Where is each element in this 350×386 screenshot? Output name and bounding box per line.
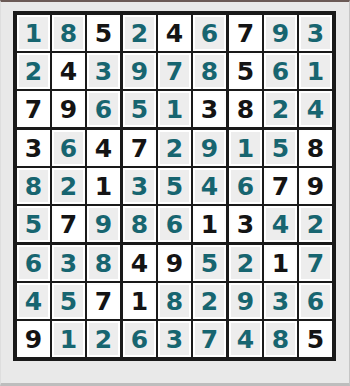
cell-r4c4[interactable]: 7 <box>123 130 156 166</box>
cell-r5c1[interactable]: 8 <box>17 168 50 204</box>
cell-r4c8[interactable]: 5 <box>264 130 297 166</box>
cell-r7c4[interactable]: 4 <box>123 245 156 281</box>
cell-r7c5[interactable]: 9 <box>158 245 191 281</box>
cell-r4c9[interactable]: 8 <box>299 130 332 166</box>
cell-r9c4[interactable]: 6 <box>123 321 156 357</box>
cell-r9c5[interactable]: 3 <box>158 321 191 357</box>
cell-r6c2[interactable]: 7 <box>52 206 85 242</box>
cell-r4c7[interactable]: 1 <box>229 130 262 166</box>
cell-r5c9[interactable]: 9 <box>299 168 332 204</box>
cell-r7c8[interactable]: 1 <box>264 245 297 281</box>
cell-r2c9[interactable]: 1 <box>299 53 332 89</box>
cell-r9c7[interactable]: 4 <box>229 321 262 357</box>
cell-r8c7[interactable]: 9 <box>229 283 262 319</box>
cell-r7c2[interactable]: 3 <box>52 245 85 281</box>
cell-r8c6[interactable]: 2 <box>193 283 226 319</box>
cell-r8c4[interactable]: 1 <box>123 283 156 319</box>
cell-r8c3[interactable]: 7 <box>87 283 120 319</box>
cell-r6c8[interactable]: 4 <box>264 206 297 242</box>
cell-r8c1[interactable]: 4 <box>17 283 50 319</box>
cell-r3c6[interactable]: 3 <box>193 91 226 127</box>
box-9: 217936485 <box>229 245 332 357</box>
cell-r6c7[interactable]: 3 <box>229 206 262 242</box>
cell-r4c6[interactable]: 9 <box>193 130 226 166</box>
cell-r7c7[interactable]: 2 <box>229 245 262 281</box>
cell-r9c6[interactable]: 7 <box>193 321 226 357</box>
cell-r7c6[interactable]: 5 <box>193 245 226 281</box>
cell-r3c4[interactable]: 5 <box>123 91 156 127</box>
box-8: 495182637 <box>123 245 226 357</box>
cell-r5c6[interactable]: 4 <box>193 168 226 204</box>
cell-r5c7[interactable]: 6 <box>229 168 262 204</box>
box-1: 185243796 <box>17 15 120 127</box>
cell-r8c5[interactable]: 8 <box>158 283 191 319</box>
cell-r2c1[interactable]: 2 <box>17 53 50 89</box>
cell-r5c3[interactable]: 1 <box>87 168 120 204</box>
box-3: 793561824 <box>229 15 332 127</box>
cell-r8c8[interactable]: 3 <box>264 283 297 319</box>
cell-r6c5[interactable]: 6 <box>158 206 191 242</box>
cell-r3c2[interactable]: 9 <box>52 91 85 127</box>
box-5: 729354861 <box>123 130 226 242</box>
cell-r1c3[interactable]: 5 <box>87 15 120 51</box>
cell-r9c1[interactable]: 9 <box>17 321 50 357</box>
cell-r4c2[interactable]: 6 <box>52 130 85 166</box>
box-4: 364821579 <box>17 130 120 242</box>
cell-r5c2[interactable]: 2 <box>52 168 85 204</box>
cell-r6c9[interactable]: 2 <box>299 206 332 242</box>
cell-r1c2[interactable]: 8 <box>52 15 85 51</box>
cell-r9c9[interactable]: 5 <box>299 321 332 357</box>
cell-r9c8[interactable]: 8 <box>264 321 297 357</box>
box-6: 158679342 <box>229 130 332 242</box>
box-7: 638457912 <box>17 245 120 357</box>
cell-r2c8[interactable]: 6 <box>264 53 297 89</box>
cell-r6c1[interactable]: 5 <box>17 206 50 242</box>
cell-r1c5[interactable]: 4 <box>158 15 191 51</box>
cell-r7c9[interactable]: 7 <box>299 245 332 281</box>
sudoku-board: 1852437962469785137935618243648215797293… <box>13 11 336 361</box>
cell-r8c2[interactable]: 5 <box>52 283 85 319</box>
cell-r7c3[interactable]: 8 <box>87 245 120 281</box>
cell-r3c7[interactable]: 8 <box>229 91 262 127</box>
cell-r2c6[interactable]: 8 <box>193 53 226 89</box>
cell-r6c4[interactable]: 8 <box>123 206 156 242</box>
cell-r3c3[interactable]: 6 <box>87 91 120 127</box>
cell-r1c9[interactable]: 3 <box>299 15 332 51</box>
cell-r2c2[interactable]: 4 <box>52 53 85 89</box>
cell-r2c4[interactable]: 9 <box>123 53 156 89</box>
cell-r3c8[interactable]: 2 <box>264 91 297 127</box>
cell-r1c6[interactable]: 6 <box>193 15 226 51</box>
cell-r3c1[interactable]: 7 <box>17 91 50 127</box>
cell-r8c9[interactable]: 6 <box>299 283 332 319</box>
cell-r5c4[interactable]: 3 <box>123 168 156 204</box>
cell-r6c3[interactable]: 9 <box>87 206 120 242</box>
cell-r1c4[interactable]: 2 <box>123 15 156 51</box>
cell-r1c1[interactable]: 1 <box>17 15 50 51</box>
cell-r1c8[interactable]: 9 <box>264 15 297 51</box>
page-background: 1852437962469785137935618243648215797293… <box>0 0 350 386</box>
cell-r9c2[interactable]: 1 <box>52 321 85 357</box>
cell-r6c6[interactable]: 1 <box>193 206 226 242</box>
cell-r2c7[interactable]: 5 <box>229 53 262 89</box>
cell-r4c1[interactable]: 3 <box>17 130 50 166</box>
cell-r5c8[interactable]: 7 <box>264 168 297 204</box>
cell-r7c1[interactable]: 6 <box>17 245 50 281</box>
cell-r4c3[interactable]: 4 <box>87 130 120 166</box>
cell-r1c7[interactable]: 7 <box>229 15 262 51</box>
cell-r5c5[interactable]: 5 <box>158 168 191 204</box>
box-2: 246978513 <box>123 15 226 127</box>
cell-r3c9[interactable]: 4 <box>299 91 332 127</box>
cell-r2c3[interactable]: 3 <box>87 53 120 89</box>
cell-r2c5[interactable]: 7 <box>158 53 191 89</box>
cell-r3c5[interactable]: 1 <box>158 91 191 127</box>
cell-r9c3[interactable]: 2 <box>87 321 120 357</box>
cell-r4c5[interactable]: 2 <box>158 130 191 166</box>
